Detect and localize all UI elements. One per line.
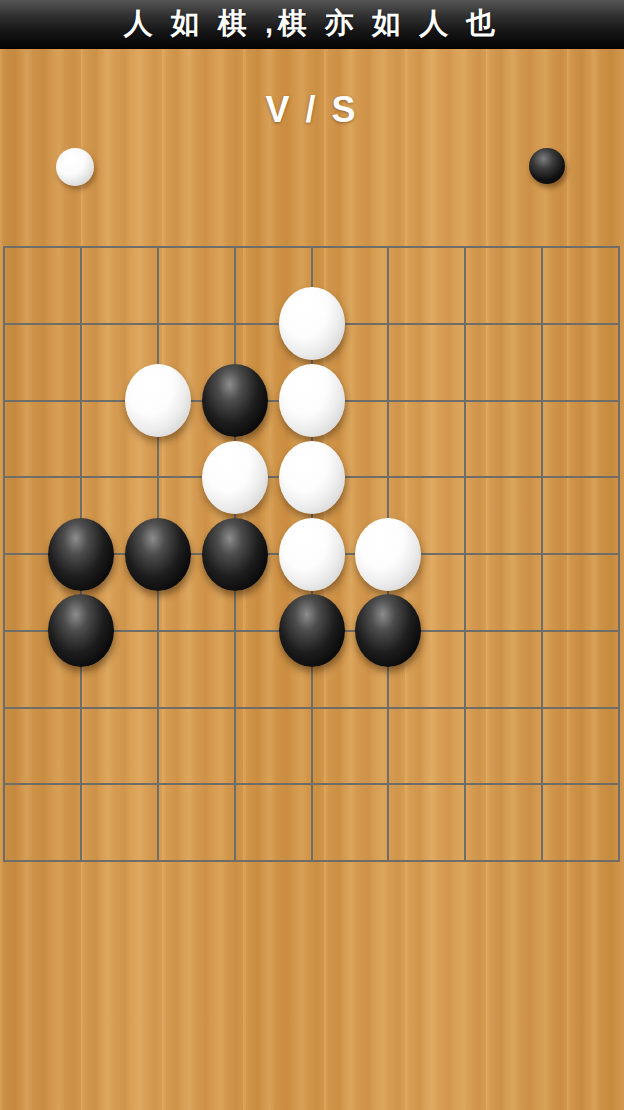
board-grid-line	[3, 707, 620, 709]
black-stone	[355, 594, 421, 667]
header-bar: 人 如 棋 ,棋 亦 如 人 也	[0, 0, 624, 49]
board-grid-line	[618, 246, 620, 862]
white-stone	[125, 364, 191, 437]
black-stone	[125, 518, 191, 591]
white-stone	[279, 518, 345, 591]
board-grid-line	[541, 246, 543, 862]
board-grid-line	[3, 783, 620, 785]
header-title: 人 如 棋 ,棋 亦 如 人 也	[124, 4, 500, 44]
white-stone	[202, 441, 268, 514]
black-stone	[202, 518, 268, 591]
white-stone	[279, 364, 345, 437]
black-stone	[279, 594, 345, 667]
black-stone	[48, 518, 114, 591]
vs-label: V / S	[0, 60, 624, 160]
board-grid-line	[3, 860, 620, 862]
white-stone	[355, 518, 421, 591]
go-board[interactable]	[3, 246, 620, 862]
scoreboard: V / S	[0, 60, 624, 160]
board-grid-line	[464, 246, 466, 862]
white-stone	[279, 287, 345, 360]
white-stone	[279, 441, 345, 514]
black-player-stone-icon	[529, 148, 565, 184]
black-stone	[48, 594, 114, 667]
black-stone	[202, 364, 268, 437]
